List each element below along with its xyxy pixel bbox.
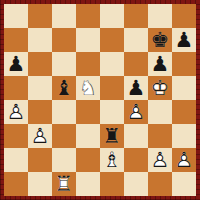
white-pawn-g2[interactable]: ♟♙	[148, 148, 172, 172]
white-rook-c1[interactable]: ♜♖	[52, 172, 76, 196]
square-h8[interactable]	[172, 4, 196, 28]
square-g4[interactable]	[148, 100, 172, 124]
square-h7[interactable]: ♟	[172, 28, 196, 52]
piece-glyph-layer: ♟	[124, 76, 148, 100]
white-pawn-a4[interactable]: ♟♙	[4, 100, 28, 124]
square-g2[interactable]: ♟♙	[148, 148, 172, 172]
square-d6[interactable]	[76, 52, 100, 76]
black-pawn-h7[interactable]: ♟	[172, 28, 196, 52]
square-e2[interactable]: ♝♗	[100, 148, 124, 172]
square-e8[interactable]	[100, 4, 124, 28]
black-bishop-c5[interactable]: ♝	[52, 76, 76, 100]
square-b8[interactable]	[28, 4, 52, 28]
square-b5[interactable]	[28, 76, 52, 100]
square-f5[interactable]: ♟	[124, 76, 148, 100]
square-e7[interactable]	[100, 28, 124, 52]
square-c4[interactable]	[52, 100, 76, 124]
white-king-g5[interactable]: ♚♔	[148, 76, 172, 100]
square-h6[interactable]	[172, 52, 196, 76]
white-pawn-f4[interactable]: ♟♙	[124, 100, 148, 124]
piece-outline-layer: ♙	[4, 100, 28, 124]
piece-outline-layer: ♖	[52, 172, 76, 196]
square-g3[interactable]	[148, 124, 172, 148]
square-d7[interactable]	[76, 28, 100, 52]
black-pawn-g6[interactable]: ♟	[148, 52, 172, 76]
square-g7[interactable]: ♚	[148, 28, 172, 52]
square-g8[interactable]	[148, 4, 172, 28]
piece-outline-layer: ♗	[100, 148, 124, 172]
square-h2[interactable]: ♟♙	[172, 148, 196, 172]
square-f7[interactable]	[124, 28, 148, 52]
square-b3[interactable]: ♟♙	[28, 124, 52, 148]
square-a5[interactable]	[4, 76, 28, 100]
square-f3[interactable]	[124, 124, 148, 148]
square-d5[interactable]: ♞♘	[76, 76, 100, 100]
piece-outline-layer: ♘	[76, 76, 100, 100]
square-c2[interactable]	[52, 148, 76, 172]
white-pawn-h2[interactable]: ♟♙	[172, 148, 196, 172]
square-e6[interactable]	[100, 52, 124, 76]
piece-glyph-layer: ♟	[148, 52, 172, 76]
square-g5[interactable]: ♚♔	[148, 76, 172, 100]
square-a8[interactable]	[4, 4, 28, 28]
square-a2[interactable]	[4, 148, 28, 172]
piece-glyph-layer: ♜	[100, 124, 124, 148]
piece-outline-layer: ♔	[148, 76, 172, 100]
piece-glyph-layer: ♟	[172, 28, 196, 52]
piece-outline-layer: ♙	[148, 148, 172, 172]
piece-outline-layer: ♙	[172, 148, 196, 172]
square-c7[interactable]	[52, 28, 76, 52]
piece-outline-layer: ♙	[28, 124, 52, 148]
square-h1[interactable]	[172, 172, 196, 196]
square-b7[interactable]	[28, 28, 52, 52]
square-g1[interactable]	[148, 172, 172, 196]
square-b2[interactable]	[28, 148, 52, 172]
square-b4[interactable]	[28, 100, 52, 124]
square-c3[interactable]	[52, 124, 76, 148]
square-c8[interactable]	[52, 4, 76, 28]
black-rook-e3[interactable]: ♜	[100, 124, 124, 148]
square-f6[interactable]	[124, 52, 148, 76]
square-a7[interactable]	[4, 28, 28, 52]
piece-glyph-layer: ♚	[148, 28, 172, 52]
square-b1[interactable]	[28, 172, 52, 196]
black-king-g7[interactable]: ♚	[148, 28, 172, 52]
square-c6[interactable]	[52, 52, 76, 76]
piece-glyph-layer: ♟	[4, 52, 28, 76]
black-pawn-a6[interactable]: ♟	[4, 52, 28, 76]
square-d3[interactable]	[76, 124, 100, 148]
white-bishop-e2[interactable]: ♝♗	[100, 148, 124, 172]
square-a1[interactable]	[4, 172, 28, 196]
square-f4[interactable]: ♟♙	[124, 100, 148, 124]
square-h5[interactable]	[172, 76, 196, 100]
square-f1[interactable]	[124, 172, 148, 196]
chess-board: ♚♟♟♟♝♞♘♟♚♔♟♙♟♙♟♙♜♝♗♟♙♟♙♜♖	[4, 4, 196, 196]
square-e5[interactable]	[100, 76, 124, 100]
square-h4[interactable]	[172, 100, 196, 124]
square-b6[interactable]	[28, 52, 52, 76]
square-f8[interactable]	[124, 4, 148, 28]
square-a6[interactable]: ♟	[4, 52, 28, 76]
white-pawn-b3[interactable]: ♟♙	[28, 124, 52, 148]
piece-glyph-layer: ♝	[52, 76, 76, 100]
square-a4[interactable]: ♟♙	[4, 100, 28, 124]
square-d8[interactable]	[76, 4, 100, 28]
square-e4[interactable]	[100, 100, 124, 124]
square-d2[interactable]	[76, 148, 100, 172]
square-c1[interactable]: ♜♖	[52, 172, 76, 196]
square-d1[interactable]	[76, 172, 100, 196]
piece-outline-layer: ♙	[124, 100, 148, 124]
square-c5[interactable]: ♝	[52, 76, 76, 100]
black-pawn-f5[interactable]: ♟	[124, 76, 148, 100]
white-knight-d5[interactable]: ♞♘	[76, 76, 100, 100]
square-a3[interactable]	[4, 124, 28, 148]
square-f2[interactable]	[124, 148, 148, 172]
square-e3[interactable]: ♜	[100, 124, 124, 148]
square-h3[interactable]	[172, 124, 196, 148]
square-g6[interactable]: ♟	[148, 52, 172, 76]
square-e1[interactable]	[100, 172, 124, 196]
square-d4[interactable]	[76, 100, 100, 124]
chess-board-frame: ♚♟♟♟♝♞♘♟♚♔♟♙♟♙♟♙♜♝♗♟♙♟♙♜♖	[0, 0, 200, 200]
